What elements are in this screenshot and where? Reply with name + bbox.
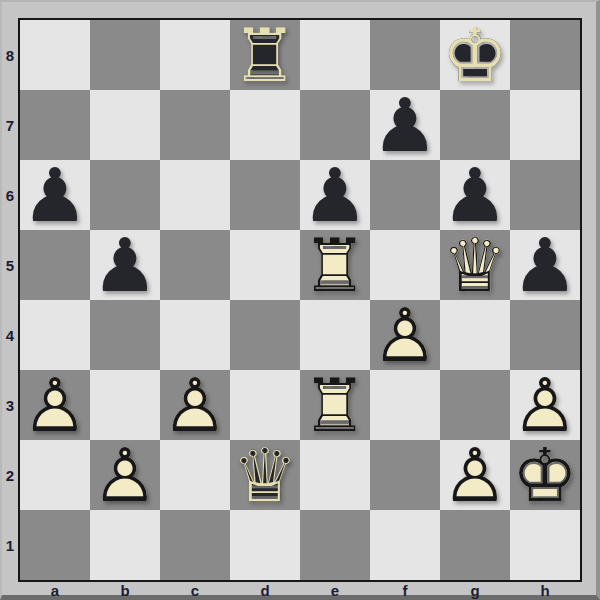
black-pawn-f7[interactable]: ♟: [370, 90, 440, 160]
file-label-e: e: [300, 582, 370, 598]
square-b6[interactable]: [90, 160, 160, 230]
rank-label-8: 8: [2, 20, 18, 90]
square-e4[interactable]: [300, 300, 370, 370]
square-g2[interactable]: ♟♙: [440, 440, 510, 510]
square-h6[interactable]: [510, 160, 580, 230]
square-a6[interactable]: ♟: [20, 160, 90, 230]
square-h7[interactable]: [510, 90, 580, 160]
square-d6[interactable]: [230, 160, 300, 230]
square-g6[interactable]: ♟: [440, 160, 510, 230]
square-c2[interactable]: [160, 440, 230, 510]
square-g5[interactable]: ♛♕: [440, 230, 510, 300]
file-label-h: h: [510, 582, 580, 598]
square-g8[interactable]: ♚♔: [440, 20, 510, 90]
square-e2[interactable]: [300, 440, 370, 510]
rank-label-1: 1: [2, 510, 18, 580]
square-a3[interactable]: ♟♙: [20, 370, 90, 440]
square-e8[interactable]: [300, 20, 370, 90]
square-d5[interactable]: [230, 230, 300, 300]
square-d1[interactable]: [230, 510, 300, 580]
rank-label-3: 3: [2, 370, 18, 440]
square-f8[interactable]: [370, 20, 440, 90]
rank-label-6: 6: [2, 160, 18, 230]
square-b3[interactable]: [90, 370, 160, 440]
square-a7[interactable]: [20, 90, 90, 160]
black-pawn-e6[interactable]: ♟: [300, 160, 370, 230]
file-label-a: a: [20, 582, 90, 598]
square-f1[interactable]: [370, 510, 440, 580]
white-pawn-f4[interactable]: ♟♙: [370, 300, 440, 370]
square-b4[interactable]: [90, 300, 160, 370]
black-king-g8[interactable]: ♚♔: [440, 20, 510, 90]
square-a5[interactable]: [20, 230, 90, 300]
square-d2[interactable]: ♛♕: [230, 440, 300, 510]
file-label-c: c: [160, 582, 230, 598]
square-e3[interactable]: ♜♖: [300, 370, 370, 440]
square-f7[interactable]: ♟: [370, 90, 440, 160]
square-c1[interactable]: [160, 510, 230, 580]
chess-diagram-frame: ♜♖♚♔♟♟♟♟♟♜♖♛♕♟♟♙♟♙♟♙♜♖♟♙♟♙♛♕♟♙♚♔ 8765432…: [0, 0, 600, 600]
square-c4[interactable]: [160, 300, 230, 370]
rank-label-4: 4: [2, 300, 18, 370]
square-f3[interactable]: [370, 370, 440, 440]
white-pawn-a3[interactable]: ♟♙: [20, 370, 90, 440]
black-queen-d2[interactable]: ♛♕: [230, 440, 300, 510]
square-a4[interactable]: [20, 300, 90, 370]
white-pawn-b2[interactable]: ♟♙: [90, 440, 160, 510]
square-b8[interactable]: [90, 20, 160, 90]
square-b7[interactable]: [90, 90, 160, 160]
black-rook-d8[interactable]: ♜♖: [230, 20, 300, 90]
square-h5[interactable]: ♟: [510, 230, 580, 300]
black-pawn-b5[interactable]: ♟: [90, 230, 160, 300]
square-g1[interactable]: [440, 510, 510, 580]
file-label-d: d: [230, 582, 300, 598]
square-b5[interactable]: ♟: [90, 230, 160, 300]
square-h3[interactable]: ♟♙: [510, 370, 580, 440]
square-d7[interactable]: [230, 90, 300, 160]
square-c6[interactable]: [160, 160, 230, 230]
square-c3[interactable]: ♟♙: [160, 370, 230, 440]
square-g3[interactable]: [440, 370, 510, 440]
square-f5[interactable]: [370, 230, 440, 300]
square-e7[interactable]: [300, 90, 370, 160]
square-e6[interactable]: ♟: [300, 160, 370, 230]
chess-board: ♜♖♚♔♟♟♟♟♟♜♖♛♕♟♟♙♟♙♟♙♜♖♟♙♟♙♛♕♟♙♚♔: [18, 18, 582, 582]
square-c7[interactable]: [160, 90, 230, 160]
white-pawn-h3[interactable]: ♟♙: [510, 370, 580, 440]
white-rook-e3[interactable]: ♜♖: [300, 370, 370, 440]
square-c8[interactable]: [160, 20, 230, 90]
white-pawn-g2[interactable]: ♟♙: [440, 440, 510, 510]
file-label-b: b: [90, 582, 160, 598]
rank-label-7: 7: [2, 90, 18, 160]
white-king-h2[interactable]: ♚♔: [510, 440, 580, 510]
square-g7[interactable]: [440, 90, 510, 160]
square-h8[interactable]: [510, 20, 580, 90]
square-a8[interactable]: [20, 20, 90, 90]
file-label-f: f: [370, 582, 440, 598]
square-f4[interactable]: ♟♙: [370, 300, 440, 370]
square-b1[interactable]: [90, 510, 160, 580]
square-e5[interactable]: ♜♖: [300, 230, 370, 300]
square-d8[interactable]: ♜♖: [230, 20, 300, 90]
black-pawn-h5[interactable]: ♟: [510, 230, 580, 300]
square-c5[interactable]: [160, 230, 230, 300]
square-g4[interactable]: [440, 300, 510, 370]
black-pawn-g6[interactable]: ♟: [440, 160, 510, 230]
square-a2[interactable]: [20, 440, 90, 510]
square-h1[interactable]: [510, 510, 580, 580]
square-e1[interactable]: [300, 510, 370, 580]
square-f2[interactable]: [370, 440, 440, 510]
rank-label-5: 5: [2, 230, 18, 300]
square-b2[interactable]: ♟♙: [90, 440, 160, 510]
white-queen-g5[interactable]: ♛♕: [440, 230, 510, 300]
square-f6[interactable]: [370, 160, 440, 230]
white-rook-e5[interactable]: ♜♖: [300, 230, 370, 300]
file-label-g: g: [440, 582, 510, 598]
square-a1[interactable]: [20, 510, 90, 580]
square-h4[interactable]: [510, 300, 580, 370]
white-pawn-c3[interactable]: ♟♙: [160, 370, 230, 440]
black-pawn-a6[interactable]: ♟: [20, 160, 90, 230]
file-labels: abcdefgh: [20, 582, 580, 598]
square-d3[interactable]: [230, 370, 300, 440]
square-d4[interactable]: [230, 300, 300, 370]
rank-labels: 87654321: [2, 20, 18, 580]
square-h2[interactable]: ♚♔: [510, 440, 580, 510]
rank-label-2: 2: [2, 440, 18, 510]
